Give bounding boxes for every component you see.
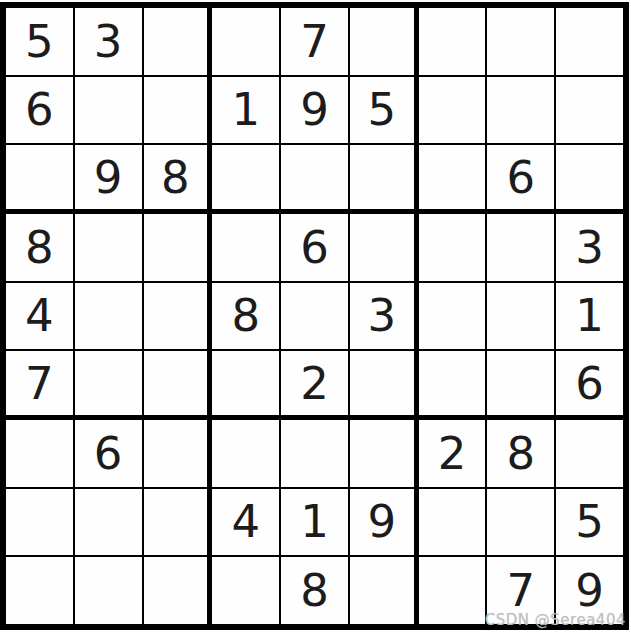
cell-r4c8[interactable]	[486, 213, 555, 282]
cell-r4c4[interactable]	[211, 213, 280, 282]
cell-r6c3[interactable]	[143, 350, 212, 419]
cell-r1c1[interactable]: 5	[5, 7, 74, 76]
cell-r8c8[interactable]	[486, 488, 555, 557]
cell-r6c6[interactable]	[349, 350, 418, 419]
cell-r1c2[interactable]: 3	[74, 7, 143, 76]
cell-r3c7[interactable]	[418, 144, 487, 213]
cell-r9c9[interactable]: 9	[555, 556, 624, 625]
cell-r9c5[interactable]: 8	[280, 556, 349, 625]
cell-r8c4[interactable]: 4	[211, 488, 280, 557]
cell-r6c5[interactable]: 2	[280, 350, 349, 419]
cell-r5c2[interactable]	[74, 282, 143, 351]
cell-r5c3[interactable]	[143, 282, 212, 351]
cell-r4c9[interactable]: 3	[555, 213, 624, 282]
cell-r2c3[interactable]	[143, 76, 212, 145]
cell-r5c5[interactable]	[280, 282, 349, 351]
cell-r3c3[interactable]: 8	[143, 144, 212, 213]
cell-r8c9[interactable]: 5	[555, 488, 624, 557]
cell-r5c7[interactable]	[418, 282, 487, 351]
cell-r7c9[interactable]	[555, 419, 624, 488]
cell-r4c7[interactable]	[418, 213, 487, 282]
cell-r9c7[interactable]	[418, 556, 487, 625]
cell-r9c8[interactable]: 7	[486, 556, 555, 625]
cell-r7c5[interactable]	[280, 419, 349, 488]
sudoku-page: 537619598686348317266284195879 CSDN @Ser…	[0, 0, 631, 632]
cell-r8c6[interactable]: 9	[349, 488, 418, 557]
cell-r8c2[interactable]	[74, 488, 143, 557]
cell-r9c1[interactable]	[5, 556, 74, 625]
cell-r2c2[interactable]	[74, 76, 143, 145]
cell-r4c2[interactable]	[74, 213, 143, 282]
cell-r4c6[interactable]	[349, 213, 418, 282]
cell-r4c1[interactable]: 8	[5, 213, 74, 282]
cell-r8c5[interactable]: 1	[280, 488, 349, 557]
cell-r5c9[interactable]: 1	[555, 282, 624, 351]
cell-r3c2[interactable]: 9	[74, 144, 143, 213]
cell-r6c7[interactable]	[418, 350, 487, 419]
cell-r2c5[interactable]: 9	[280, 76, 349, 145]
cell-r7c8[interactable]: 8	[486, 419, 555, 488]
cell-r7c1[interactable]	[5, 419, 74, 488]
cell-r2c9[interactable]	[555, 76, 624, 145]
cell-r1c6[interactable]	[349, 7, 418, 76]
cell-r1c5[interactable]: 7	[280, 7, 349, 76]
cell-r7c3[interactable]	[143, 419, 212, 488]
cell-r4c3[interactable]	[143, 213, 212, 282]
cell-r5c8[interactable]	[486, 282, 555, 351]
cell-r6c8[interactable]	[486, 350, 555, 419]
cell-r3c4[interactable]	[211, 144, 280, 213]
cell-r6c1[interactable]: 7	[5, 350, 74, 419]
sudoku-board: 537619598686348317266284195879	[0, 2, 629, 630]
cell-r3c1[interactable]	[5, 144, 74, 213]
cell-r9c4[interactable]	[211, 556, 280, 625]
cell-r1c9[interactable]	[555, 7, 624, 76]
cell-r9c2[interactable]	[74, 556, 143, 625]
cell-r7c6[interactable]	[349, 419, 418, 488]
cell-r1c4[interactable]	[211, 7, 280, 76]
cell-r5c1[interactable]: 4	[5, 282, 74, 351]
cell-r4c5[interactable]: 6	[280, 213, 349, 282]
cell-r2c8[interactable]	[486, 76, 555, 145]
cell-r6c2[interactable]	[74, 350, 143, 419]
cell-r9c3[interactable]	[143, 556, 212, 625]
cell-r5c6[interactable]: 3	[349, 282, 418, 351]
cell-r2c4[interactable]: 1	[211, 76, 280, 145]
cell-r5c4[interactable]: 8	[211, 282, 280, 351]
cell-r3c5[interactable]	[280, 144, 349, 213]
cell-r9c6[interactable]	[349, 556, 418, 625]
cell-r2c6[interactable]: 5	[349, 76, 418, 145]
cell-r8c3[interactable]	[143, 488, 212, 557]
cell-r2c7[interactable]	[418, 76, 487, 145]
cell-r1c8[interactable]	[486, 7, 555, 76]
cell-r3c9[interactable]	[555, 144, 624, 213]
cell-r3c6[interactable]	[349, 144, 418, 213]
cell-r6c9[interactable]: 6	[555, 350, 624, 419]
cell-r7c4[interactable]	[211, 419, 280, 488]
cell-r1c3[interactable]	[143, 7, 212, 76]
cell-r7c7[interactable]: 2	[418, 419, 487, 488]
cell-r1c7[interactable]	[418, 7, 487, 76]
cell-r3c8[interactable]: 6	[486, 144, 555, 213]
cell-r6c4[interactable]	[211, 350, 280, 419]
cell-r8c7[interactable]	[418, 488, 487, 557]
cell-r8c1[interactable]	[5, 488, 74, 557]
cell-r2c1[interactable]: 6	[5, 76, 74, 145]
cell-r7c2[interactable]: 6	[74, 419, 143, 488]
